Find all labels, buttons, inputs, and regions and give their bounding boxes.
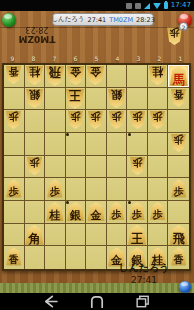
piece-glyph: 香	[9, 66, 19, 77]
piece-glyph: 馬	[173, 74, 185, 87]
square-6i[interactable]	[66, 246, 87, 269]
square-8b[interactable]: 銀	[25, 88, 46, 111]
piece-歩-sente[interactable]: 歩	[109, 202, 124, 220]
square-5d[interactable]	[86, 133, 107, 156]
recents-icon[interactable]	[135, 295, 151, 308]
file-label-5: 5	[86, 55, 107, 63]
tatami-strip	[0, 283, 194, 293]
square-5f[interactable]	[86, 178, 107, 201]
piece-glyph: 歩	[170, 27, 180, 38]
square-8a[interactable]: 桂	[25, 65, 46, 88]
home-icon[interactable]	[89, 295, 105, 308]
star-point	[66, 201, 69, 204]
square-4d[interactable]	[107, 133, 128, 156]
piece-glyph: 歩	[174, 187, 184, 198]
piece-歩-gote[interactable]: 歩	[6, 111, 21, 129]
piece-桂-gote[interactable]: 桂	[26, 66, 43, 85]
square-7i[interactable]	[45, 246, 66, 269]
square-7b[interactable]	[45, 88, 66, 111]
file-label-8: 8	[23, 55, 44, 63]
piece-王-gote[interactable]: 王	[66, 89, 84, 109]
piece-glyph: 銀	[111, 88, 122, 100]
square-5e[interactable]	[86, 156, 107, 179]
square-7a[interactable]: 飛	[45, 65, 66, 88]
alarm-icon	[135, 3, 141, 9]
piece-glyph: 歩	[112, 111, 122, 122]
square-5h[interactable]	[86, 224, 107, 247]
piece-glyph: 歩	[132, 111, 142, 122]
star-point	[128, 201, 131, 204]
piece-歩-sente[interactable]: 歩	[6, 179, 21, 197]
player1-clock: 27:41	[88, 16, 107, 24]
file-label-9: 9	[2, 55, 23, 63]
square-3e[interactable]: 歩	[127, 156, 148, 179]
piece-glyph: 桂	[29, 66, 40, 78]
piece-glyph: 王	[69, 88, 81, 101]
square-3h[interactable]: 王	[127, 224, 148, 247]
piece-glyph: 王	[131, 232, 143, 245]
piece-glyph: 歩	[91, 111, 101, 122]
piece-glyph: 金	[70, 66, 81, 78]
star-point	[66, 133, 69, 136]
opponent-nameplate: TM0ZM 28:23	[6, 25, 68, 44]
square-4h[interactable]	[107, 224, 128, 247]
hand-piece-歩[interactable]: 歩2	[166, 25, 186, 48]
piece-歩-gote[interactable]: 歩	[130, 111, 145, 129]
piece-glyph: 歩	[29, 156, 39, 167]
square-2c[interactable]: 歩	[148, 110, 169, 133]
piece-歩-gote[interactable]: 歩	[68, 111, 83, 129]
square-2f[interactable]	[148, 178, 169, 201]
piece-香-sente[interactable]: 香	[6, 247, 21, 265]
square-6c[interactable]: 歩	[66, 110, 87, 133]
square-4e[interactable]	[107, 156, 128, 179]
piece-歩-gote[interactable]: 歩	[171, 134, 186, 152]
piece-銀-sente[interactable]: 銀	[67, 202, 84, 221]
square-6g[interactable]: 銀	[66, 201, 87, 224]
square-6a[interactable]: 金	[66, 65, 87, 88]
wood-background: しんたろう 27:41 TM0ZM 28:23 TM0ZM 28:23 歩2 9…	[0, 11, 194, 283]
square-5c[interactable]: 歩	[86, 110, 107, 133]
piece-銀-gote[interactable]: 銀	[26, 89, 43, 108]
square-5g[interactable]: 金	[86, 201, 107, 224]
piece-桂-sente[interactable]: 桂	[46, 202, 63, 221]
square-6d[interactable]	[66, 133, 87, 156]
file-label-3: 3	[128, 55, 149, 63]
square-1e[interactable]	[168, 156, 189, 179]
wifi-icon	[153, 3, 161, 9]
piece-glyph: 金	[90, 210, 101, 222]
square-9a[interactable]: 香	[4, 65, 25, 88]
shogi-board: 香桂飛金金桂馬銀王銀香歩歩歩歩歩歩歩歩歩歩歩歩桂銀金歩歩歩角王飛香金銀桂香	[2, 63, 191, 271]
piece-glyph: 歩	[153, 210, 163, 221]
square-8h[interactable]: 角	[25, 224, 46, 247]
square-8d[interactable]	[25, 133, 46, 156]
player-nameplate: しんたろう 27:41	[104, 261, 184, 285]
square-7g[interactable]: 桂	[45, 201, 66, 224]
android-status-bar: 17:47	[0, 0, 194, 11]
gote-hand-tray: 歩2	[166, 25, 186, 48]
piece-glyph: 歩	[132, 156, 142, 167]
square-4g[interactable]: 歩	[107, 201, 128, 224]
square-8g[interactable]	[25, 201, 46, 224]
square-9i[interactable]: 香	[4, 246, 25, 269]
piece-glyph: 歩	[70, 111, 80, 122]
piece-飛-sente[interactable]: 飛	[170, 225, 188, 245]
square-2a[interactable]: 桂	[148, 65, 169, 88]
square-9h[interactable]	[4, 224, 25, 247]
piece-glyph: 飛	[173, 232, 185, 245]
file-coordinates: 987654321	[2, 55, 191, 63]
square-9c[interactable]: 歩	[4, 110, 25, 133]
piece-歩-sente[interactable]: 歩	[150, 202, 165, 220]
square-8c[interactable]	[25, 110, 46, 133]
player-name: しんたろう	[104, 261, 184, 275]
piece-glyph: 桂	[152, 66, 163, 78]
square-3b[interactable]	[127, 88, 148, 111]
piece-歩-sente[interactable]: 歩	[47, 179, 62, 197]
square-5a[interactable]: 金	[86, 65, 107, 88]
square-6f[interactable]	[66, 178, 87, 201]
square-8e[interactable]: 歩	[25, 156, 46, 179]
piece-金-gote[interactable]: 金	[87, 66, 104, 85]
piece-歩-gote[interactable]: 歩	[150, 111, 165, 129]
square-8f[interactable]	[25, 178, 46, 201]
square-1b[interactable]: 香	[168, 88, 189, 111]
file-label-7: 7	[44, 55, 65, 63]
square-9d[interactable]	[4, 133, 25, 156]
square-4c[interactable]: 歩	[107, 110, 128, 133]
square-2d[interactable]	[148, 133, 169, 156]
blue-globe-button[interactable]	[179, 281, 191, 293]
piece-金-gote[interactable]: 金	[67, 66, 84, 85]
file-label-6: 6	[65, 55, 86, 63]
notification-icon	[126, 3, 132, 9]
piece-glyph: 角	[28, 232, 40, 245]
square-1c[interactable]	[168, 110, 189, 133]
square-3a[interactable]	[127, 65, 148, 88]
android-nav-bar	[0, 293, 194, 310]
square-2b[interactable]	[148, 88, 169, 111]
piece-歩-gote[interactable]: 歩	[88, 111, 103, 129]
square-9e[interactable]	[4, 156, 25, 179]
back-icon[interactable]	[43, 295, 59, 308]
square-6b[interactable]: 王	[66, 88, 87, 111]
piece-glyph: 桂	[49, 210, 60, 222]
screen: 17:47 しんたろう 27:41 TM0ZM 28:23 TM0ZM 28:2…	[0, 0, 194, 310]
square-1g[interactable]	[168, 201, 189, 224]
square-1h[interactable]: 飛	[168, 224, 189, 247]
piece-glyph: 歩	[9, 111, 19, 122]
file-label-1: 1	[170, 55, 191, 63]
piece-glyph: 歩	[50, 187, 60, 198]
piece-歩-gote[interactable]: 歩	[27, 157, 42, 175]
piece-glyph: 香	[9, 255, 19, 266]
player2-clock: 28:23	[136, 16, 155, 24]
player2-name: TM0ZM	[109, 16, 133, 24]
piece-glyph: 歩	[153, 111, 163, 122]
piece-glyph: 金	[90, 66, 101, 78]
square-4b[interactable]: 銀	[107, 88, 128, 111]
star-point	[128, 133, 131, 136]
piece-glyph: 歩	[9, 187, 19, 198]
square-2g[interactable]: 歩	[148, 201, 169, 224]
square-9f[interactable]: 歩	[4, 178, 25, 201]
piece-王-sente[interactable]: 王	[128, 225, 146, 245]
square-3f[interactable]	[127, 178, 148, 201]
piece-glyph: 歩	[112, 210, 122, 221]
piece-馬-sente[interactable]: 馬	[170, 66, 188, 86]
piece-香-gote[interactable]: 香	[171, 89, 186, 107]
hand-piece-count-badge: 2	[179, 22, 188, 31]
square-1d[interactable]: 歩	[168, 133, 189, 156]
piece-glyph: 香	[174, 88, 184, 99]
piece-金-sente[interactable]: 金	[87, 202, 104, 221]
piece-glyph: 飛	[49, 66, 61, 79]
battery-icon	[164, 2, 168, 9]
square-5b[interactable]	[86, 88, 107, 111]
opponent-clock: 28:23	[6, 25, 68, 34]
square-7d[interactable]	[45, 133, 66, 156]
piece-glyph: 歩	[174, 134, 184, 145]
square-6e[interactable]	[66, 156, 87, 179]
piece-銀-gote[interactable]: 銀	[108, 89, 125, 108]
piece-歩-sente[interactable]: 歩	[130, 202, 145, 220]
opponent-name: TM0ZM	[6, 34, 68, 44]
piece-歩-gote[interactable]: 歩	[130, 157, 145, 175]
square-1f[interactable]: 歩	[168, 178, 189, 201]
player1-name: しんたろう	[51, 15, 84, 24]
square-9b[interactable]	[4, 88, 25, 111]
file-label-2: 2	[149, 55, 170, 63]
square-9g[interactable]	[4, 201, 25, 224]
square-2e[interactable]	[148, 156, 169, 179]
piece-香-gote[interactable]: 香	[6, 66, 21, 84]
square-3g[interactable]: 歩	[127, 201, 148, 224]
piece-歩-gote[interactable]: 歩	[109, 111, 124, 129]
file-label-4: 4	[107, 55, 128, 63]
square-7e[interactable]	[45, 156, 66, 179]
square-2h[interactable]	[148, 224, 169, 247]
piece-glyph: 銀	[29, 88, 40, 100]
square-7h[interactable]	[45, 224, 66, 247]
status-clock: 17:47	[171, 0, 191, 11]
piece-桂-gote[interactable]: 桂	[149, 66, 166, 85]
square-4f[interactable]	[107, 178, 128, 201]
square-3d[interactable]	[127, 133, 148, 156]
square-3c[interactable]: 歩	[127, 110, 148, 133]
square-7f[interactable]: 歩	[45, 178, 66, 201]
square-8i[interactable]	[25, 246, 46, 269]
signal-icon	[144, 3, 150, 9]
square-1a[interactable]: 馬	[168, 65, 189, 88]
square-6h[interactable]	[66, 224, 87, 247]
piece-歩-sente[interactable]: 歩	[171, 179, 186, 197]
piece-角-sente[interactable]: 角	[25, 225, 43, 245]
square-4a[interactable]	[107, 65, 128, 88]
piece-飛-gote[interactable]: 飛	[46, 66, 64, 86]
piece-glyph: 歩	[132, 210, 142, 221]
square-7c[interactable]	[45, 110, 66, 133]
piece-glyph: 銀	[70, 210, 81, 222]
board-grid: 香桂飛金金桂馬銀王銀香歩歩歩歩歩歩歩歩歩歩歩歩桂銀金歩歩歩角王飛香金銀桂香	[4, 65, 189, 269]
